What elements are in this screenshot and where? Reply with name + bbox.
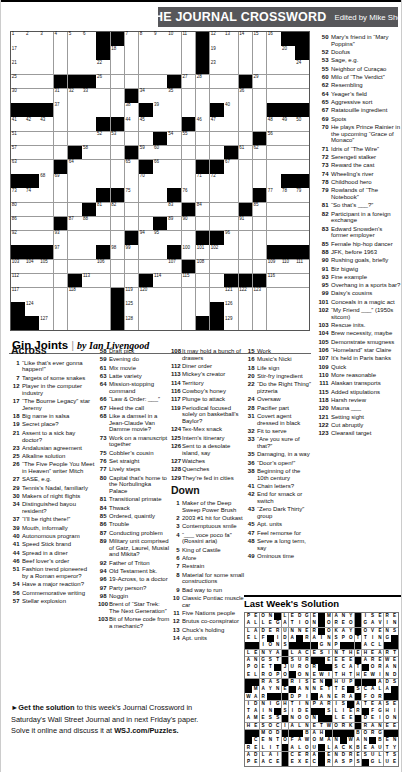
grid-cell[interactable] — [167, 231, 181, 245]
grid-cell[interactable] — [39, 75, 53, 89]
grid-cell[interactable]: 67 — [224, 160, 238, 174]
grid-cell[interactable] — [153, 117, 167, 131]
grid-cell[interactable] — [239, 117, 253, 131]
grid-cell[interactable]: 26 — [96, 75, 110, 89]
grid-cell[interactable] — [153, 302, 167, 316]
grid-cell[interactable]: 96 — [224, 231, 238, 245]
grid-cell[interactable] — [68, 302, 82, 316]
grid-cell[interactable]: 9 — [153, 32, 167, 46]
grid-cell[interactable] — [196, 89, 210, 103]
grid-cell[interactable] — [267, 75, 281, 89]
grid-cell[interactable] — [281, 288, 295, 302]
grid-cell[interactable] — [281, 132, 295, 146]
grid-cell[interactable] — [82, 117, 96, 131]
grid-cell[interactable]: 113 — [82, 274, 96, 288]
grid-cell[interactable]: 49 — [281, 117, 295, 131]
grid-cell[interactable]: 15 — [253, 32, 267, 46]
grid-cell[interactable] — [96, 103, 110, 117]
grid-cell[interactable] — [153, 260, 167, 274]
grid-cell[interactable] — [239, 46, 253, 60]
grid-cell[interactable] — [167, 146, 181, 160]
grid-cell[interactable] — [182, 231, 196, 245]
grid-cell[interactable]: 54 — [167, 132, 181, 146]
grid-cell[interactable] — [82, 132, 96, 146]
grid-cell[interactable] — [111, 146, 125, 160]
grid-cell[interactable] — [96, 146, 110, 160]
grid-cell[interactable]: 53 — [111, 132, 125, 146]
grid-cell[interactable] — [253, 217, 267, 231]
grid-cell[interactable] — [210, 89, 224, 103]
grid-cell[interactable]: 70 — [139, 174, 153, 188]
grid-cell[interactable] — [25, 60, 39, 74]
grid-cell[interactable] — [267, 60, 281, 74]
grid-cell[interactable] — [196, 132, 210, 146]
grid-cell[interactable]: 102 — [210, 245, 224, 259]
grid-cell[interactable] — [82, 60, 96, 74]
grid-cell[interactable] — [54, 188, 68, 202]
grid-cell[interactable] — [182, 160, 196, 174]
grid-cell[interactable] — [210, 75, 224, 89]
grid-cell[interactable] — [267, 288, 281, 302]
grid-cell[interactable] — [82, 103, 96, 117]
grid-cell[interactable] — [125, 60, 139, 74]
grid-cell[interactable]: 46 — [196, 117, 210, 131]
grid-cell[interactable]: 56 — [267, 132, 281, 146]
grid-cell[interactable]: 18 — [111, 46, 125, 60]
crossword-grid[interactable]: 1234567891011121314151617181920212223242… — [10, 31, 310, 331]
grid-cell[interactable] — [224, 60, 238, 74]
grid-cell[interactable] — [139, 245, 153, 259]
grid-cell[interactable]: 75 — [125, 188, 139, 202]
grid-cell[interactable] — [224, 174, 238, 188]
grid-cell[interactable]: 55 — [182, 132, 196, 146]
grid-cell[interactable] — [54, 316, 68, 330]
grid-cell[interactable] — [39, 188, 53, 202]
grid-cell[interactable] — [239, 302, 253, 316]
grid-cell[interactable] — [167, 174, 181, 188]
grid-cell[interactable] — [239, 103, 253, 117]
grid-cell[interactable]: 8 — [139, 32, 153, 46]
grid-cell[interactable] — [68, 132, 82, 146]
grid-cell[interactable] — [239, 132, 253, 146]
grid-cell[interactable]: 89 — [167, 217, 181, 231]
grid-cell[interactable]: 28 — [196, 75, 210, 89]
grid-cell[interactable] — [281, 302, 295, 316]
grid-cell[interactable] — [54, 274, 68, 288]
grid-cell[interactable]: 101 — [196, 245, 210, 259]
grid-cell[interactable] — [39, 46, 53, 60]
grid-cell[interactable] — [267, 146, 281, 160]
grid-cell[interactable] — [153, 203, 167, 217]
grid-cell[interactable] — [68, 46, 82, 60]
grid-cell[interactable]: 16 — [267, 32, 281, 46]
grid-cell[interactable]: 109 — [267, 260, 281, 274]
grid-cell[interactable]: 20 — [281, 46, 295, 60]
grid-cell[interactable] — [39, 274, 53, 288]
grid-cell[interactable]: 10 — [167, 32, 181, 46]
grid-cell[interactable] — [82, 188, 96, 202]
grid-cell[interactable] — [239, 260, 253, 274]
grid-cell[interactable] — [295, 274, 309, 288]
grid-cell[interactable] — [224, 260, 238, 274]
grid-cell[interactable] — [196, 103, 210, 117]
grid-cell[interactable]: 106 — [96, 260, 110, 274]
grid-cell[interactable]: 73 — [11, 188, 25, 202]
grid-cell[interactable] — [82, 288, 96, 302]
grid-cell[interactable] — [196, 274, 210, 288]
grid-cell[interactable]: 82 — [111, 203, 125, 217]
grid-cell[interactable] — [54, 203, 68, 217]
grid-cell[interactable] — [167, 302, 181, 316]
grid-cell[interactable] — [153, 46, 167, 60]
grid-cell[interactable] — [139, 316, 153, 330]
grid-cell[interactable] — [210, 288, 224, 302]
grid-cell[interactable]: 29 — [253, 75, 267, 89]
grid-cell[interactable] — [295, 288, 309, 302]
grid-cell[interactable] — [153, 75, 167, 89]
grid-cell[interactable]: 71 — [196, 174, 210, 188]
grid-cell[interactable]: 2 — [25, 32, 39, 46]
grid-cell[interactable] — [125, 174, 139, 188]
grid-cell[interactable]: 1 — [11, 32, 25, 46]
grid-cell[interactable] — [267, 302, 281, 316]
grid-cell[interactable] — [39, 89, 53, 103]
grid-cell[interactable] — [281, 160, 295, 174]
grid-cell[interactable] — [139, 46, 153, 60]
grid-cell[interactable] — [82, 260, 96, 274]
grid-cell[interactable]: 91 — [239, 217, 253, 231]
grid-cell[interactable] — [167, 46, 181, 60]
grid-cell[interactable]: 6 — [82, 32, 96, 46]
grid-cell[interactable] — [54, 302, 68, 316]
grid-cell[interactable] — [68, 103, 82, 117]
grid-cell[interactable] — [153, 288, 167, 302]
grid-cell[interactable] — [253, 260, 267, 274]
grid-cell[interactable] — [39, 160, 53, 174]
grid-cell[interactable] — [182, 89, 196, 103]
grid-cell[interactable] — [82, 316, 96, 330]
grid-cell[interactable]: 87 — [68, 217, 82, 231]
grid-cell[interactable] — [125, 260, 139, 274]
grid-cell[interactable] — [167, 316, 181, 330]
grid-cell[interactable]: 37 — [54, 103, 68, 117]
grid-cell[interactable] — [39, 60, 53, 74]
grid-cell[interactable]: 34 — [139, 89, 153, 103]
grid-cell[interactable] — [96, 288, 110, 302]
grid-cell[interactable]: 39 — [153, 103, 167, 117]
grid-cell[interactable] — [281, 146, 295, 160]
grid-cell[interactable]: 129 — [224, 316, 238, 330]
grid-cell[interactable] — [54, 146, 68, 160]
grid-cell[interactable] — [111, 103, 125, 117]
grid-cell[interactable]: 85 — [253, 203, 267, 217]
grid-cell[interactable]: 105 — [39, 260, 53, 274]
grid-cell[interactable] — [139, 60, 153, 74]
grid-cell[interactable] — [295, 132, 309, 146]
grid-cell[interactable]: 4 — [54, 32, 68, 46]
grid-cell[interactable] — [111, 60, 125, 74]
grid-cell[interactable] — [125, 274, 139, 288]
grid-cell[interactable]: 69 — [54, 174, 68, 188]
grid-cell[interactable]: 74 — [25, 188, 39, 202]
grid-cell[interactable]: 121 — [224, 288, 238, 302]
grid-cell[interactable]: 11 — [182, 32, 196, 46]
grid-cell[interactable] — [96, 316, 110, 330]
grid-cell[interactable] — [153, 316, 167, 330]
grid-cell[interactable] — [25, 231, 39, 245]
grid-cell[interactable] — [182, 302, 196, 316]
grid-cell[interactable] — [25, 274, 39, 288]
grid-cell[interactable] — [267, 217, 281, 231]
grid-cell[interactable] — [111, 274, 125, 288]
grid-cell[interactable] — [25, 132, 39, 146]
grid-cell[interactable] — [111, 260, 125, 274]
grid-cell[interactable]: 14 — [239, 32, 253, 46]
grid-cell[interactable] — [68, 60, 82, 74]
grid-cell[interactable] — [253, 245, 267, 259]
grid-cell[interactable] — [239, 188, 253, 202]
grid-cell[interactable] — [253, 46, 267, 60]
grid-cell[interactable] — [182, 103, 196, 117]
grid-cell[interactable] — [68, 231, 82, 245]
grid-cell[interactable] — [210, 132, 224, 146]
grid-cell[interactable] — [253, 231, 267, 245]
grid-cell[interactable]: 111 — [295, 260, 309, 274]
grid-cell[interactable]: 119 — [125, 288, 139, 302]
grid-cell[interactable]: 124 — [25, 302, 39, 316]
grid-cell[interactable] — [224, 245, 238, 259]
grid-cell[interactable]: 100 — [182, 245, 196, 259]
grid-cell[interactable] — [295, 75, 309, 89]
grid-cell[interactable] — [139, 132, 153, 146]
grid-cell[interactable] — [39, 288, 53, 302]
grid-cell[interactable] — [25, 288, 39, 302]
grid-cell[interactable] — [68, 203, 82, 217]
grid-cell[interactable] — [239, 60, 253, 74]
grid-cell[interactable]: 44 — [125, 117, 139, 131]
grid-cell[interactable]: 95 — [153, 231, 167, 245]
grid-cell[interactable] — [39, 146, 53, 160]
grid-cell[interactable] — [68, 117, 82, 131]
grid-cell[interactable] — [25, 46, 39, 60]
grid-cell[interactable] — [224, 46, 238, 60]
grid-cell[interactable]: 72 — [210, 174, 224, 188]
grid-cell[interactable] — [267, 89, 281, 103]
grid-cell[interactable] — [167, 103, 181, 117]
grid-cell[interactable] — [281, 203, 295, 217]
grid-cell[interactable] — [182, 316, 196, 330]
grid-cell[interactable] — [25, 146, 39, 160]
grid-cell[interactable] — [96, 89, 110, 103]
grid-cell[interactable]: 88 — [82, 217, 96, 231]
grid-cell[interactable] — [139, 217, 153, 231]
grid-cell[interactable] — [68, 260, 82, 274]
grid-cell[interactable] — [111, 231, 125, 245]
grid-cell[interactable]: 65 — [125, 160, 139, 174]
grid-cell[interactable] — [295, 203, 309, 217]
grid-cell[interactable]: 50 — [295, 117, 309, 131]
grid-cell[interactable] — [82, 46, 96, 60]
grid-cell[interactable] — [210, 274, 224, 288]
grid-cell[interactable]: 61 — [239, 146, 253, 160]
grid-cell[interactable] — [39, 132, 53, 146]
grid-cell[interactable] — [25, 217, 39, 231]
grid-cell[interactable] — [25, 89, 39, 103]
grid-cell[interactable]: 122 — [239, 288, 253, 302]
grid-cell[interactable] — [224, 75, 238, 89]
grid-cell[interactable]: 80 — [11, 203, 25, 217]
grid-cell[interactable] — [167, 160, 181, 174]
grid-cell[interactable]: 30 — [11, 89, 25, 103]
grid-cell[interactable] — [111, 75, 125, 89]
grid-cell[interactable]: 81 — [96, 203, 110, 217]
grid-cell[interactable] — [281, 231, 295, 245]
grid-cell[interactable]: 23 — [210, 60, 224, 74]
grid-cell[interactable] — [182, 60, 196, 74]
grid-cell[interactable]: 77 — [267, 188, 281, 202]
grid-cell[interactable] — [25, 203, 39, 217]
grid-cell[interactable]: 128 — [125, 316, 139, 330]
grid-cell[interactable] — [267, 160, 281, 174]
grid-cell[interactable] — [281, 316, 295, 330]
grid-cell[interactable] — [281, 60, 295, 74]
grid-cell[interactable] — [96, 217, 110, 231]
grid-cell[interactable]: 112 — [11, 274, 25, 288]
grid-cell[interactable]: 45 — [139, 117, 153, 131]
grid-cell[interactable] — [239, 160, 253, 174]
grid-cell[interactable] — [224, 217, 238, 231]
grid-cell[interactable]: 115 — [182, 274, 196, 288]
grid-cell[interactable]: 93 — [54, 231, 68, 245]
grid-cell[interactable] — [139, 260, 153, 274]
grid-cell[interactable] — [224, 203, 238, 217]
grid-cell[interactable]: 68 — [39, 174, 53, 188]
grid-cell[interactable]: 59 — [139, 146, 153, 160]
grid-cell[interactable] — [224, 117, 238, 131]
grid-cell[interactable] — [54, 288, 68, 302]
grid-cell[interactable] — [68, 316, 82, 330]
grid-cell[interactable] — [182, 46, 196, 60]
grid-cell[interactable]: 76 — [182, 188, 196, 202]
grid-cell[interactable]: 120 — [139, 288, 153, 302]
grid-cell[interactable] — [253, 89, 267, 103]
grid-cell[interactable] — [153, 188, 167, 202]
grid-cell[interactable] — [253, 160, 267, 174]
grid-cell[interactable] — [253, 103, 267, 117]
grid-cell[interactable]: 38 — [125, 103, 139, 117]
grid-cell[interactable] — [253, 316, 267, 330]
grid-cell[interactable]: 104 — [25, 260, 39, 274]
grid-cell[interactable] — [39, 231, 53, 245]
grid-cell[interactable]: 52 — [96, 132, 110, 146]
grid-cell[interactable]: 19 — [210, 46, 224, 60]
grid-cell[interactable] — [267, 174, 281, 188]
grid-cell[interactable] — [25, 160, 39, 174]
grid-cell[interactable] — [267, 231, 281, 245]
grid-cell[interactable] — [139, 302, 153, 316]
grid-cell[interactable] — [196, 217, 210, 231]
grid-cell[interactable] — [182, 146, 196, 160]
grid-cell[interactable] — [224, 132, 238, 146]
grid-cell[interactable] — [167, 288, 181, 302]
grid-cell[interactable]: 24 — [295, 60, 309, 74]
grid-cell[interactable] — [111, 160, 125, 174]
grid-cell[interactable]: 57 — [11, 146, 25, 160]
grid-cell[interactable]: 92 — [11, 231, 25, 245]
grid-cell[interactable]: 118 — [68, 288, 82, 302]
grid-cell[interactable] — [210, 203, 224, 217]
grid-cell[interactable] — [82, 160, 96, 174]
grid-cell[interactable] — [239, 245, 253, 259]
grid-cell[interactable] — [196, 288, 210, 302]
grid-cell[interactable]: 66 — [153, 160, 167, 174]
grid-cell[interactable]: 78 — [281, 188, 295, 202]
grid-cell[interactable] — [96, 174, 110, 188]
grid-cell[interactable] — [295, 231, 309, 245]
grid-cell[interactable]: 35 — [167, 89, 181, 103]
grid-cell[interactable] — [167, 117, 181, 131]
grid-cell[interactable] — [295, 302, 309, 316]
grid-cell[interactable] — [96, 302, 110, 316]
grid-cell[interactable]: 40 — [224, 103, 238, 117]
grid-cell[interactable] — [125, 203, 139, 217]
grid-cell[interactable]: 12 — [210, 32, 224, 46]
grid-cell[interactable]: 27 — [182, 75, 196, 89]
grid-cell[interactable]: 110 — [281, 260, 295, 274]
grid-cell[interactable] — [139, 75, 153, 89]
grid-cell[interactable] — [239, 316, 253, 330]
grid-cell[interactable]: 3 — [39, 32, 53, 46]
grid-cell[interactable]: 126 — [224, 302, 238, 316]
grid-cell[interactable]: 41 — [11, 117, 25, 131]
grid-cell[interactable] — [267, 46, 281, 60]
grid-cell[interactable] — [153, 89, 167, 103]
grid-cell[interactable]: 127 — [39, 316, 53, 330]
grid-cell[interactable]: 79 — [295, 188, 309, 202]
grid-cell[interactable] — [54, 132, 68, 146]
grid-cell[interactable]: 33 — [82, 89, 96, 103]
grid-cell[interactable]: 116 — [267, 274, 281, 288]
grid-cell[interactable] — [196, 146, 210, 160]
grid-cell[interactable] — [68, 174, 82, 188]
grid-cell[interactable]: 36 — [239, 89, 253, 103]
grid-cell[interactable]: 13 — [224, 32, 238, 46]
grid-cell[interactable] — [196, 188, 210, 202]
grid-cell[interactable] — [167, 274, 181, 288]
grid-cell[interactable] — [139, 203, 153, 217]
grid-cell[interactable] — [82, 231, 96, 245]
grid-cell[interactable]: 47 — [210, 117, 224, 131]
grid-cell[interactable]: 32 — [68, 89, 82, 103]
grid-cell[interactable]: 83 — [167, 203, 181, 217]
grid-cell[interactable] — [125, 132, 139, 146]
grid-cell[interactable]: 60 — [153, 146, 167, 160]
grid-cell[interactable] — [96, 274, 110, 288]
grid-cell[interactable]: 86 — [11, 217, 25, 231]
grid-cell[interactable]: 58 — [82, 146, 96, 160]
grid-cell[interactable] — [153, 245, 167, 259]
grid-cell[interactable]: 94 — [139, 231, 153, 245]
grid-cell[interactable] — [96, 231, 110, 245]
grid-cell[interactable]: 63 — [11, 160, 25, 174]
grid-cell[interactable] — [153, 60, 167, 74]
grid-cell[interactable] — [68, 188, 82, 202]
grid-cell[interactable]: 98 — [111, 245, 125, 259]
grid-cell[interactable] — [267, 203, 281, 217]
grid-cell[interactable] — [111, 217, 125, 231]
grid-cell[interactable] — [253, 174, 267, 188]
grid-cell[interactable] — [281, 217, 295, 231]
